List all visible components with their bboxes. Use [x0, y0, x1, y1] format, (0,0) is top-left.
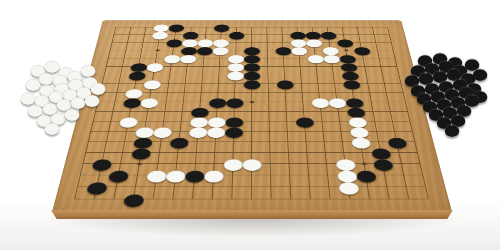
black-tray-stone: ●: [460, 70, 477, 85]
black-tray-stone: ●: [464, 92, 481, 107]
board-grid: ●●●●●●●●●●●●●●●●●●●●●●●●●●●●●●●●●●●●●●●●…: [64, 24, 441, 206]
black-tray-stone: ●: [452, 76, 469, 91]
white-tray-stone: ●: [25, 76, 42, 91]
black-tray-stone: ●: [444, 86, 461, 101]
white-tray-stone: ●: [34, 92, 51, 107]
black-tray-stone: ●: [424, 60, 441, 75]
black-tray-stone: ●: [466, 80, 483, 95]
white-tray-stone: ●: [44, 58, 61, 73]
white-stone: ●: [143, 79, 161, 88]
white-tray-stone: ●: [56, 96, 73, 111]
white-tray-stone: ●: [42, 100, 59, 115]
board-front-edge: [51, 210, 453, 219]
black-stone: ●: [373, 158, 394, 169]
white-tray-stone: ●: [67, 68, 84, 83]
go-board: ●●●●●●●●●●●●●●●●●●●●●●●●●●●●●●●●●●●●●●●●…: [52, 20, 452, 212]
black-stone: ●: [214, 24, 230, 31]
white-tray-stone: ●: [54, 80, 71, 95]
white-stone: ●: [306, 39, 322, 47]
white-stone: ●: [212, 46, 228, 54]
white-stone: ●: [204, 170, 224, 182]
black-tray-stone: ●: [458, 84, 475, 99]
black-stone: ●: [229, 31, 245, 39]
black-tray-stone: ●: [442, 104, 459, 119]
white-stone: ●: [146, 62, 163, 70]
black-tray-stone: ●: [436, 96, 453, 111]
go-board-photo: ●●●●●●●●●●●●●●●●●●●●●●●●●●●●●●●●●●●●●●●●…: [0, 0, 500, 250]
white-stone: ●: [180, 54, 197, 62]
black-tray-stone: ●: [438, 78, 455, 93]
white-stone: ●: [207, 126, 225, 136]
black-stone: ●: [296, 117, 314, 127]
white-tray-stone: ●: [27, 102, 44, 117]
white-tray-stone: ●: [36, 112, 53, 127]
black-tray-stone: ●: [432, 50, 449, 65]
black-stone: ●: [108, 170, 129, 182]
black-tray-stone: ●: [456, 102, 473, 117]
white-tray-stone: ●: [62, 86, 79, 101]
black-stone: ●: [131, 147, 151, 158]
white-stone: ●: [227, 71, 244, 80]
black-stone: ●: [343, 79, 361, 88]
black-tray-stone: ●: [430, 88, 447, 103]
white-tray-stone: ●: [44, 120, 61, 135]
black-tray-stone: ●: [428, 106, 445, 121]
black-stone: ●: [353, 46, 370, 54]
black-tray-stone: ●: [450, 94, 467, 109]
white-stone: ●: [291, 46, 307, 54]
black-stone: ●: [209, 97, 227, 106]
white-tray-stone: ●: [38, 70, 55, 85]
black-tray-stone: ●: [450, 112, 467, 127]
white-tray-stone: ●: [48, 88, 65, 103]
black-stone: ●: [86, 181, 108, 193]
black-tray-stone: ●: [438, 58, 455, 73]
black-tray-stone: ●: [444, 122, 461, 137]
black-tray-stone: ●: [432, 68, 449, 83]
black-stone: ●: [387, 137, 407, 148]
black-stone: ●: [356, 170, 377, 182]
black-tray-stone: ●: [417, 52, 434, 67]
black-stone: ●: [244, 79, 261, 88]
black-stone: ●: [277, 79, 294, 88]
black-tray-stone: ●: [472, 66, 489, 81]
black-stone: ●: [225, 126, 243, 136]
black-stone: ●: [170, 137, 189, 148]
black-tray-stone: ●: [424, 80, 441, 95]
black-stone: ●: [337, 39, 354, 47]
black-tray-stone: ●: [464, 56, 481, 71]
black-tray-stone: ●: [472, 88, 489, 103]
black-tray-stone: ●: [447, 54, 464, 69]
black-tray-stone: ●: [418, 70, 435, 85]
white-tray-stone: ●: [30, 62, 47, 77]
white-tray-stone: ●: [52, 72, 69, 87]
white-tray-stone: ●: [50, 110, 67, 125]
white-tray-stone: ●: [39, 82, 56, 97]
white-tray-stone: ●: [68, 76, 85, 91]
white-stone: ●: [140, 97, 159, 106]
white-tray-stone: ●: [58, 64, 75, 79]
white-stone: ●: [224, 158, 243, 169]
black-tray-stone: ●: [436, 114, 453, 129]
board-scene: ●●●●●●●●●●●●●●●●●●●●●●●●●●●●●●●●●●●●●●●●…: [52, 20, 452, 212]
white-stone: ●: [243, 158, 262, 169]
black-tray-stone: ●: [446, 66, 463, 81]
white-stone: ●: [351, 137, 371, 148]
black-stone: ●: [320, 31, 336, 39]
black-stone: ●: [123, 193, 145, 205]
black-stone: ●: [226, 97, 243, 106]
white-stone: ●: [338, 181, 359, 193]
white-tray-stone: ●: [20, 90, 37, 105]
black-tray-stone: ●: [452, 62, 469, 77]
